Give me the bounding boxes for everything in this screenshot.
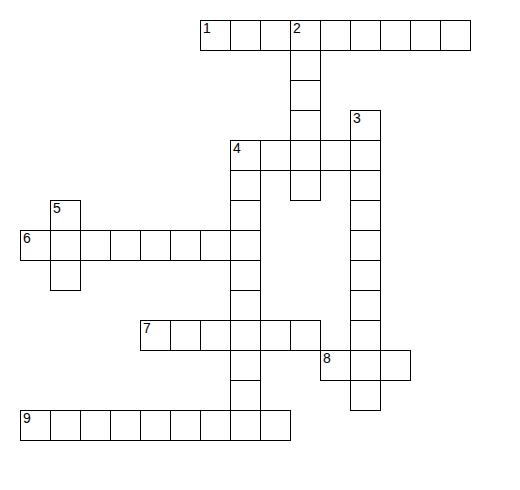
- crossword-cell[interactable]: [140, 230, 171, 261]
- crossword-board: 123456789: [0, 0, 520, 490]
- crossword-cell[interactable]: [290, 170, 321, 201]
- clue-number: 5: [53, 201, 61, 216]
- crossword-cell[interactable]: [230, 380, 261, 411]
- crossword-cell[interactable]: 5: [50, 200, 81, 231]
- crossword-cell[interactable]: [230, 20, 261, 51]
- crossword-cell[interactable]: [230, 290, 261, 321]
- crossword-cell[interactable]: [350, 260, 381, 291]
- clue-number: 4: [233, 141, 241, 156]
- crossword-cell[interactable]: 4: [230, 140, 261, 171]
- crossword-cell[interactable]: [440, 20, 471, 51]
- crossword-cell[interactable]: 3: [350, 110, 381, 141]
- crossword-cell[interactable]: 7: [140, 320, 171, 351]
- crossword-cell[interactable]: 9: [20, 410, 51, 441]
- crossword-cell[interactable]: [170, 410, 201, 441]
- crossword-cell[interactable]: [350, 20, 381, 51]
- crossword-cell[interactable]: [50, 410, 81, 441]
- clue-number: 6: [23, 231, 31, 246]
- crossword-cell[interactable]: 6: [20, 230, 51, 261]
- crossword-cell[interactable]: [410, 20, 441, 51]
- crossword-cell[interactable]: [170, 230, 201, 261]
- crossword-cell[interactable]: 8: [320, 350, 351, 381]
- crossword-cell[interactable]: [80, 230, 111, 261]
- crossword-cell[interactable]: [170, 320, 201, 351]
- clue-number: 7: [143, 321, 151, 336]
- crossword-cell[interactable]: [380, 20, 411, 51]
- crossword-cell[interactable]: [230, 170, 261, 201]
- crossword-cell[interactable]: [230, 410, 261, 441]
- clue-number: 3: [353, 111, 361, 126]
- crossword-cell[interactable]: [380, 350, 411, 381]
- crossword-cell[interactable]: [200, 230, 231, 261]
- crossword-cell[interactable]: [230, 350, 261, 381]
- crossword-cell[interactable]: [260, 20, 291, 51]
- crossword-cell[interactable]: 2: [290, 20, 321, 51]
- clue-number: 2: [293, 21, 301, 36]
- crossword-cell[interactable]: [50, 230, 81, 261]
- crossword-cell[interactable]: [110, 230, 141, 261]
- crossword-cell[interactable]: [50, 260, 81, 291]
- clue-number: 1: [203, 21, 211, 36]
- crossword-cell[interactable]: [260, 410, 291, 441]
- crossword-cell[interactable]: [230, 230, 261, 261]
- crossword-cell[interactable]: [290, 140, 321, 171]
- crossword-cell[interactable]: [320, 140, 351, 171]
- crossword-cell[interactable]: [350, 140, 381, 171]
- crossword-cell[interactable]: [80, 410, 111, 441]
- crossword-cell[interactable]: [230, 320, 261, 351]
- crossword-cell[interactable]: [350, 200, 381, 231]
- crossword-cell[interactable]: [230, 200, 261, 231]
- crossword-cell[interactable]: [320, 20, 351, 51]
- crossword-cell[interactable]: [110, 410, 141, 441]
- crossword-cell[interactable]: [290, 320, 321, 351]
- crossword-cell[interactable]: [260, 140, 291, 171]
- crossword-cell[interactable]: [350, 320, 381, 351]
- crossword-cell[interactable]: [290, 50, 321, 81]
- crossword-cell[interactable]: [290, 110, 321, 141]
- clue-number: 8: [323, 351, 331, 366]
- crossword-cell[interactable]: 1: [200, 20, 231, 51]
- crossword-cell[interactable]: [350, 380, 381, 411]
- clue-number: 9: [23, 411, 31, 426]
- crossword-cell[interactable]: [200, 320, 231, 351]
- crossword-page: 123456789: [0, 0, 520, 490]
- crossword-cell[interactable]: [350, 170, 381, 201]
- crossword-cell[interactable]: [350, 350, 381, 381]
- crossword-cell[interactable]: [350, 230, 381, 261]
- crossword-cell[interactable]: [230, 260, 261, 291]
- crossword-cell[interactable]: [260, 320, 291, 351]
- crossword-cell[interactable]: [140, 410, 171, 441]
- crossword-cell[interactable]: [350, 290, 381, 321]
- crossword-cell[interactable]: [200, 410, 231, 441]
- crossword-cell[interactable]: [290, 80, 321, 111]
